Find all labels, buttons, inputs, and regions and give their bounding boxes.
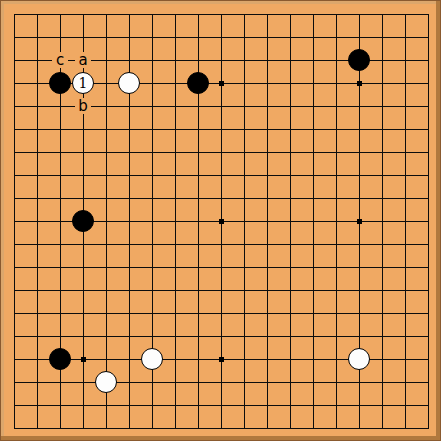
grid-line-vertical [267, 14, 268, 429]
grid-line-horizontal [14, 382, 429, 383]
point-label-a: a [75, 52, 91, 68]
point-label-b: b [75, 98, 91, 114]
star-point [219, 219, 224, 224]
white-stone [118, 72, 140, 94]
white-stone [95, 371, 117, 393]
star-point [81, 357, 86, 362]
grid-line-vertical [290, 14, 291, 429]
grid-line-horizontal [14, 313, 429, 314]
move-number: 1 [79, 76, 88, 90]
white-stone [141, 348, 163, 370]
go-diagram: cab1 [0, 0, 441, 441]
black-stone [49, 72, 71, 94]
white-stone: 1 [72, 72, 94, 94]
grid-line-vertical [405, 14, 406, 429]
star-point [357, 81, 362, 86]
grid-line-horizontal [14, 290, 429, 291]
star-point [357, 219, 362, 224]
grid-line-horizontal [14, 405, 429, 406]
grid-line-vertical [313, 14, 314, 429]
grid-line-horizontal [14, 336, 429, 337]
go-board: cab1 [0, 0, 441, 441]
grid-line-horizontal [14, 428, 429, 429]
black-stone [49, 348, 71, 370]
grid-line-vertical [428, 14, 429, 429]
star-point [219, 81, 224, 86]
white-stone [348, 348, 370, 370]
black-stone [348, 49, 370, 71]
grid-line-vertical [336, 14, 337, 429]
black-stone [72, 210, 94, 232]
grid-line-vertical [382, 14, 383, 429]
black-stone [187, 72, 209, 94]
grid-line-horizontal [14, 244, 429, 245]
grid-line-vertical [244, 14, 245, 429]
grid-line-horizontal [14, 267, 429, 268]
star-point [219, 357, 224, 362]
point-label-c: c [52, 52, 68, 68]
